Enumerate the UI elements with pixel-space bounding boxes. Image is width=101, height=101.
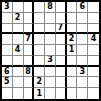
cell-r7c3[interactable]: 8	[24, 67, 35, 78]
cell-r4c9[interactable]: 4	[88, 34, 99, 45]
cell-r2c5[interactable]	[45, 13, 56, 24]
cell-r2c1[interactable]	[2, 13, 13, 24]
cell-r3c6[interactable]: 7	[56, 24, 67, 35]
cell-r9c8[interactable]	[77, 88, 88, 99]
cell-r2c6[interactable]	[56, 13, 67, 24]
cell-r3c7[interactable]	[67, 24, 78, 35]
cell-r3c1[interactable]	[2, 24, 13, 35]
cell-r1c6[interactable]	[56, 2, 67, 13]
sudoku-board: 38627724413683521	[0, 0, 101, 101]
cell-r8c8[interactable]	[77, 77, 88, 88]
cell-r7c9[interactable]	[88, 67, 99, 78]
cell-r3c3[interactable]	[24, 24, 35, 35]
cell-r9c5[interactable]	[45, 88, 56, 99]
cell-r1c9[interactable]	[88, 2, 99, 13]
cell-r5c6[interactable]	[56, 45, 67, 56]
cell-r2c3[interactable]	[24, 13, 35, 24]
cell-r9c4[interactable]: 1	[34, 88, 45, 99]
cell-r7c7[interactable]	[67, 67, 78, 78]
cell-r1c2[interactable]	[13, 2, 24, 13]
cell-r8c6[interactable]	[56, 77, 67, 88]
cell-r2c7[interactable]	[67, 13, 78, 24]
cell-r5c2[interactable]: 4	[13, 45, 24, 56]
cell-r8c2[interactable]	[13, 77, 24, 88]
cell-r1c8[interactable]: 6	[77, 2, 88, 13]
cell-r3c8[interactable]	[77, 24, 88, 35]
cell-r5c1[interactable]	[2, 45, 13, 56]
cell-r6c7[interactable]	[67, 56, 78, 67]
cell-r9c7[interactable]	[67, 88, 78, 99]
cell-r4c2[interactable]	[13, 34, 24, 45]
cell-r6c8[interactable]	[77, 56, 88, 67]
cell-r4c3[interactable]: 7	[24, 34, 35, 45]
cell-r6c4[interactable]	[34, 56, 45, 67]
cell-r8c9[interactable]	[88, 77, 99, 88]
cell-r5c4[interactable]	[34, 45, 45, 56]
cell-r4c1[interactable]	[2, 34, 13, 45]
cell-r3c4[interactable]	[34, 24, 45, 35]
cell-r7c8[interactable]: 3	[77, 67, 88, 78]
cell-r3c2[interactable]	[13, 24, 24, 35]
cell-r6c3[interactable]	[24, 56, 35, 67]
cell-r9c3[interactable]	[24, 88, 35, 99]
cell-r1c3[interactable]	[24, 2, 35, 13]
cell-r2c9[interactable]	[88, 13, 99, 24]
cell-r7c2[interactable]	[13, 67, 24, 78]
cell-r4c8[interactable]	[77, 34, 88, 45]
cell-r5c5[interactable]	[45, 45, 56, 56]
cell-r4c4[interactable]	[34, 34, 45, 45]
cell-r6c1[interactable]	[2, 56, 13, 67]
cell-r1c5[interactable]: 8	[45, 2, 56, 13]
cell-r1c7[interactable]	[67, 2, 78, 13]
cell-r9c2[interactable]	[13, 88, 24, 99]
cell-r6c6[interactable]	[56, 56, 67, 67]
cell-r1c4[interactable]	[34, 2, 45, 13]
cell-r5c9[interactable]	[88, 45, 99, 56]
cell-r3c5[interactable]	[45, 24, 56, 35]
cell-r7c6[interactable]	[56, 67, 67, 78]
cell-r6c5[interactable]: 3	[45, 56, 56, 67]
cell-r8c7[interactable]	[67, 77, 78, 88]
cell-r9c6[interactable]	[56, 88, 67, 99]
cell-r4c6[interactable]	[56, 34, 67, 45]
cell-r5c7[interactable]: 1	[67, 45, 78, 56]
cell-r8c4[interactable]: 2	[34, 77, 45, 88]
cell-r2c8[interactable]	[77, 13, 88, 24]
cell-r5c3[interactable]	[24, 45, 35, 56]
cell-r4c5[interactable]	[45, 34, 56, 45]
cell-r6c2[interactable]	[13, 56, 24, 67]
cell-r5c8[interactable]	[77, 45, 88, 56]
cell-r8c3[interactable]	[24, 77, 35, 88]
cell-r7c1[interactable]: 6	[2, 67, 13, 78]
cell-r8c5[interactable]	[45, 77, 56, 88]
cell-r6c9[interactable]	[88, 56, 99, 67]
cell-r1c1[interactable]: 3	[2, 2, 13, 13]
cell-r8c1[interactable]: 5	[2, 77, 13, 88]
cell-r9c1[interactable]	[2, 88, 13, 99]
cell-r4c7[interactable]: 2	[67, 34, 78, 45]
cell-r7c4[interactable]	[34, 67, 45, 78]
cell-r9c9[interactable]	[88, 88, 99, 99]
cell-r3c9[interactable]	[88, 24, 99, 35]
cell-r2c4[interactable]	[34, 13, 45, 24]
cell-r7c5[interactable]	[45, 67, 56, 78]
cell-r2c2[interactable]: 2	[13, 13, 24, 24]
